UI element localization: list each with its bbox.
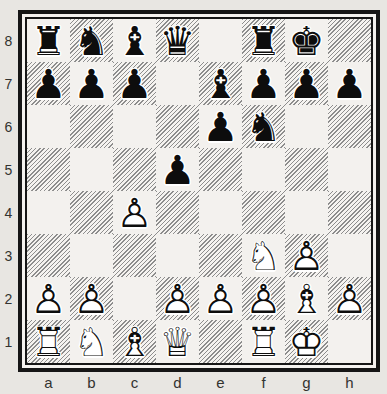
piece-white-pawn: ♟♙	[285, 234, 328, 277]
square-g7: ♟♟	[285, 62, 328, 105]
piece-black-pawn: ♟♟	[27, 62, 70, 105]
piece-white-queen: ♛♕	[156, 320, 199, 363]
square-f8: ♜♜	[242, 19, 285, 62]
square-g3: ♟♙	[285, 234, 328, 277]
piece-white-knight: ♞♘	[242, 234, 285, 277]
square-a3	[27, 234, 70, 277]
piece-white-rook: ♜♖	[27, 320, 70, 363]
rank-label-1: 1	[0, 320, 17, 363]
rank-label-8: 8	[0, 19, 17, 62]
file-label-g: g	[285, 372, 328, 393]
square-b2: ♟♙	[70, 277, 113, 320]
square-a4	[27, 191, 70, 234]
square-a1: ♜♖	[27, 320, 70, 363]
square-h7: ♟♟	[328, 62, 371, 105]
square-a6	[27, 105, 70, 148]
square-f3: ♞♘	[242, 234, 285, 277]
chess-board: ♜♜♞♞♝♝♛♛♜♜♚♚♟♟♟♟♟♟♝♝♟♟♟♟♟♟♟♟♞♞♟♟♟♙♞♘♟♙♟♙…	[25, 17, 373, 365]
piece-white-pawn: ♟♙	[27, 277, 70, 320]
piece-white-bishop: ♝♗	[113, 320, 156, 363]
square-h2: ♟♙	[328, 277, 371, 320]
square-a8: ♜♜	[27, 19, 70, 62]
square-b7: ♟♟	[70, 62, 113, 105]
square-b3	[70, 234, 113, 277]
piece-white-bishop: ♝♗	[285, 277, 328, 320]
square-a5	[27, 148, 70, 191]
square-b5	[70, 148, 113, 191]
square-b1: ♞♘	[70, 320, 113, 363]
square-g1: ♚♔	[285, 320, 328, 363]
square-f1: ♜♖	[242, 320, 285, 363]
rank-label-4: 4	[0, 191, 17, 234]
file-label-c: c	[113, 372, 156, 393]
rank-label-7: 7	[0, 62, 17, 105]
piece-white-pawn: ♟♙	[70, 277, 113, 320]
piece-black-pawn: ♟♟	[70, 62, 113, 105]
piece-black-king: ♚♚	[285, 19, 328, 62]
square-e8	[199, 19, 242, 62]
square-b4	[70, 191, 113, 234]
square-b8: ♞♞	[70, 19, 113, 62]
square-h6	[328, 105, 371, 148]
file-label-a: a	[27, 372, 70, 393]
square-c5	[113, 148, 156, 191]
square-b6	[70, 105, 113, 148]
file-label-d: d	[156, 372, 199, 393]
piece-white-pawn: ♟♙	[242, 277, 285, 320]
square-g8: ♚♚	[285, 19, 328, 62]
square-g6	[285, 105, 328, 148]
piece-black-bishop: ♝♝	[113, 19, 156, 62]
board-frame: ♜♜♞♞♝♝♛♛♜♜♚♚♟♟♟♟♟♟♝♝♟♟♟♟♟♟♟♟♞♞♟♟♟♙♞♘♟♙♟♙…	[18, 10, 380, 372]
square-g2: ♝♗	[285, 277, 328, 320]
piece-black-pawn: ♟♟	[156, 148, 199, 191]
piece-white-pawn: ♟♙	[199, 277, 242, 320]
square-a7: ♟♟	[27, 62, 70, 105]
square-e7: ♝♝	[199, 62, 242, 105]
piece-black-pawn: ♟♟	[242, 62, 285, 105]
piece-black-knight: ♞♞	[70, 19, 113, 62]
rank-label-2: 2	[0, 277, 17, 320]
square-c3	[113, 234, 156, 277]
square-c8: ♝♝	[113, 19, 156, 62]
piece-white-pawn: ♟♙	[156, 277, 199, 320]
square-c1: ♝♗	[113, 320, 156, 363]
square-e5	[199, 148, 242, 191]
square-d4	[156, 191, 199, 234]
piece-white-pawn: ♟♙	[328, 277, 371, 320]
rank-label-3: 3	[0, 234, 17, 277]
square-e3	[199, 234, 242, 277]
piece-black-pawn: ♟♟	[328, 62, 371, 105]
square-g4	[285, 191, 328, 234]
square-c7: ♟♟	[113, 62, 156, 105]
square-h8	[328, 19, 371, 62]
square-d7	[156, 62, 199, 105]
square-e2: ♟♙	[199, 277, 242, 320]
square-d8: ♛♛	[156, 19, 199, 62]
square-d2: ♟♙	[156, 277, 199, 320]
square-d3	[156, 234, 199, 277]
piece-black-rook: ♜♜	[242, 19, 285, 62]
rank-label-6: 6	[0, 105, 17, 148]
chess-diagram: 87654321 ♜♜♞♞♝♝♛♛♜♜♚♚♟♟♟♟♟♟♝♝♟♟♟♟♟♟♟♟♞♞♟…	[0, 0, 387, 394]
file-label-f: f	[242, 372, 285, 393]
file-label-e: e	[199, 372, 242, 393]
square-f6: ♞♞	[242, 105, 285, 148]
square-d5: ♟♟	[156, 148, 199, 191]
piece-black-pawn: ♟♟	[113, 62, 156, 105]
piece-black-queen: ♛♛	[156, 19, 199, 62]
square-f7: ♟♟	[242, 62, 285, 105]
piece-black-pawn: ♟♟	[199, 105, 242, 148]
file-label-h: h	[328, 372, 371, 393]
piece-black-knight: ♞♞	[242, 105, 285, 148]
square-e6: ♟♟	[199, 105, 242, 148]
square-h3	[328, 234, 371, 277]
file-label-b: b	[70, 372, 113, 393]
square-f4	[242, 191, 285, 234]
square-d1: ♛♕	[156, 320, 199, 363]
square-h5	[328, 148, 371, 191]
piece-white-king: ♚♔	[285, 320, 328, 363]
square-f5	[242, 148, 285, 191]
square-e4	[199, 191, 242, 234]
piece-black-rook: ♜♜	[27, 19, 70, 62]
square-g5	[285, 148, 328, 191]
piece-white-rook: ♜♖	[242, 320, 285, 363]
square-c4: ♟♙	[113, 191, 156, 234]
piece-black-pawn: ♟♟	[285, 62, 328, 105]
piece-white-pawn: ♟♙	[113, 191, 156, 234]
piece-black-bishop: ♝♝	[199, 62, 242, 105]
piece-white-knight: ♞♘	[70, 320, 113, 363]
square-e1	[199, 320, 242, 363]
square-a2: ♟♙	[27, 277, 70, 320]
square-h1	[328, 320, 371, 363]
rank-label-5: 5	[0, 148, 17, 191]
square-f2: ♟♙	[242, 277, 285, 320]
square-c6	[113, 105, 156, 148]
square-d6	[156, 105, 199, 148]
square-h4	[328, 191, 371, 234]
square-c2	[113, 277, 156, 320]
